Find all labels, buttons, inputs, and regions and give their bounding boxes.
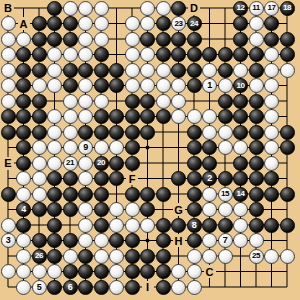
black-stone <box>280 47 295 62</box>
black-stone <box>109 171 124 186</box>
white-stone <box>32 187 47 202</box>
black-stone <box>187 63 202 78</box>
black-stone <box>264 16 279 31</box>
white-stone <box>32 78 47 93</box>
go-problem-diagram: 12111718232411092120215144837262556ABCDE… <box>0 0 300 300</box>
white-stone <box>264 249 279 264</box>
white-stone <box>218 78 233 93</box>
black-stone <box>264 171 279 186</box>
black-stone <box>187 47 202 62</box>
white-stone <box>140 16 155 31</box>
black-stone <box>78 249 93 264</box>
black-stone <box>187 202 202 217</box>
white-stone <box>171 264 186 279</box>
white-stone <box>94 94 109 109</box>
white-stone <box>125 78 140 93</box>
black-stone <box>156 218 171 233</box>
move-9-stone: 9 <box>78 140 93 155</box>
black-stone <box>94 280 109 295</box>
black-stone <box>233 171 248 186</box>
move-number-label: 17 <box>268 4 276 12</box>
black-stone <box>156 47 171 62</box>
black-stone <box>140 32 155 47</box>
black-stone <box>156 233 171 248</box>
white-stone <box>63 109 78 124</box>
white-stone <box>1 218 16 233</box>
white-stone <box>16 233 31 248</box>
move-2-stone: 2 <box>202 171 217 186</box>
white-stone <box>78 156 93 171</box>
black-stone <box>94 202 109 217</box>
white-stone <box>16 249 31 264</box>
move-number-label: 2 <box>207 174 212 183</box>
black-stone <box>233 125 248 140</box>
black-stone <box>16 94 31 109</box>
black-stone <box>63 202 78 217</box>
white-stone <box>264 156 279 171</box>
black-stone <box>202 140 217 155</box>
black-stone <box>125 94 140 109</box>
move-25-stone: 25 <box>249 249 264 264</box>
white-stone <box>264 125 279 140</box>
black-stone <box>249 125 264 140</box>
black-stone <box>140 125 155 140</box>
white-stone <box>63 249 78 264</box>
black-stone <box>156 249 171 264</box>
white-stone <box>264 94 279 109</box>
black-stone <box>233 32 248 47</box>
white-stone <box>125 218 140 233</box>
white-stone <box>264 140 279 155</box>
black-stone <box>202 47 217 62</box>
black-stone <box>233 156 248 171</box>
black-stone <box>16 218 31 233</box>
white-stone <box>78 202 93 217</box>
white-stone <box>78 78 93 93</box>
black-stone <box>187 156 202 171</box>
black-stone <box>47 1 62 16</box>
white-stone <box>32 140 47 155</box>
black-stone <box>171 47 186 62</box>
white-stone <box>140 63 155 78</box>
white-stone <box>78 171 93 186</box>
black-stone <box>109 109 124 124</box>
black-stone <box>156 187 171 202</box>
black-stone <box>156 264 171 279</box>
white-stone <box>109 264 124 279</box>
white-stone <box>94 140 109 155</box>
move-number-label: 26 <box>35 252 43 260</box>
black-stone <box>125 140 140 155</box>
black-stone <box>125 125 140 140</box>
black-stone <box>249 202 264 217</box>
white-stone <box>47 125 62 140</box>
black-stone <box>47 249 62 264</box>
move-number-label: 4 <box>21 205 26 214</box>
white-stone <box>171 280 186 295</box>
white-stone <box>140 78 155 93</box>
white-stone <box>109 280 124 295</box>
white-stone <box>202 249 217 264</box>
move-17-stone: 17 <box>264 1 279 16</box>
white-stone <box>1 78 16 93</box>
liberty-marker-H: H <box>173 234 185 247</box>
black-stone <box>187 140 202 155</box>
white-stone <box>1 264 16 279</box>
black-stone <box>233 47 248 62</box>
liberty-marker-B: B <box>2 2 14 15</box>
white-stone <box>78 1 93 16</box>
black-stone <box>125 187 140 202</box>
move-12-stone: 12 <box>233 1 248 16</box>
white-stone <box>156 63 171 78</box>
black-stone <box>1 109 16 124</box>
white-stone <box>249 32 264 47</box>
white-stone <box>94 233 109 248</box>
white-stone <box>109 218 124 233</box>
black-stone <box>171 32 186 47</box>
black-stone <box>32 125 47 140</box>
move-4-stone: 4 <box>16 202 31 217</box>
white-stone <box>264 109 279 124</box>
white-stone <box>47 47 62 62</box>
black-stone <box>47 171 62 186</box>
black-stone <box>63 78 78 93</box>
white-stone <box>187 280 202 295</box>
black-stone <box>264 187 279 202</box>
white-stone <box>249 78 264 93</box>
white-stone <box>233 140 248 155</box>
black-stone <box>202 218 217 233</box>
black-stone <box>171 63 186 78</box>
black-stone <box>171 171 186 186</box>
liberty-marker-E: E <box>2 157 14 170</box>
black-stone <box>187 125 202 140</box>
black-stone <box>249 156 264 171</box>
white-stone <box>109 140 124 155</box>
white-stone <box>32 156 47 171</box>
black-stone <box>249 109 264 124</box>
move-number-label: 6 <box>68 283 73 292</box>
white-stone <box>16 32 31 47</box>
black-stone <box>63 63 78 78</box>
white-stone <box>78 218 93 233</box>
black-stone <box>218 109 233 124</box>
black-stone <box>156 280 171 295</box>
white-stone <box>280 63 295 78</box>
black-stone <box>1 125 16 140</box>
white-stone <box>202 187 217 202</box>
move-21-stone: 21 <box>63 156 78 171</box>
black-stone <box>94 171 109 186</box>
white-stone <box>78 47 93 62</box>
black-stone <box>187 187 202 202</box>
black-stone <box>32 109 47 124</box>
white-stone <box>125 63 140 78</box>
white-stone <box>202 63 217 78</box>
white-stone <box>1 32 16 47</box>
white-stone <box>109 202 124 217</box>
move-23-stone: 23 <box>171 16 186 31</box>
black-stone <box>218 94 233 109</box>
liberty-marker-F: F <box>126 172 138 185</box>
white-stone <box>171 94 186 109</box>
move-11-stone: 11 <box>249 1 264 16</box>
white-stone <box>1 94 16 109</box>
black-stone <box>233 94 248 109</box>
black-stone <box>249 140 264 155</box>
black-stone <box>78 63 93 78</box>
black-stone <box>16 109 31 124</box>
black-stone <box>32 16 47 31</box>
white-stone <box>156 1 171 16</box>
black-stone <box>156 109 171 124</box>
white-stone <box>233 233 248 248</box>
white-stone <box>63 47 78 62</box>
black-stone <box>63 233 78 248</box>
white-stone <box>233 63 248 78</box>
black-stone <box>94 218 109 233</box>
move-10-stone: 10 <box>233 78 248 93</box>
black-stone <box>156 32 171 47</box>
black-stone <box>187 78 202 93</box>
black-stone <box>78 280 93 295</box>
white-stone <box>47 78 62 93</box>
black-stone <box>109 233 124 248</box>
white-stone <box>218 125 233 140</box>
white-stone <box>63 140 78 155</box>
white-stone <box>109 249 124 264</box>
white-stone <box>1 47 16 62</box>
black-stone <box>94 78 109 93</box>
black-stone <box>280 140 295 155</box>
black-stone <box>94 125 109 140</box>
white-stone <box>78 32 93 47</box>
white-stone <box>125 202 140 217</box>
go-board[interactable]: 12111718232411092120215144837262556ABCDE… <box>0 0 300 300</box>
white-stone <box>32 171 47 186</box>
move-number-label: 18 <box>283 4 291 12</box>
black-stone <box>32 63 47 78</box>
black-stone <box>109 63 124 78</box>
white-stone <box>47 264 62 279</box>
liberty-marker-C: C <box>204 265 216 278</box>
white-stone <box>32 264 47 279</box>
white-stone <box>202 125 217 140</box>
black-stone <box>140 202 155 217</box>
black-stone <box>202 156 217 171</box>
white-stone <box>47 63 62 78</box>
move-15-stone: 15 <box>218 187 233 202</box>
white-stone <box>202 202 217 217</box>
white-stone <box>233 218 248 233</box>
black-stone <box>249 187 264 202</box>
move-7-stone: 7 <box>218 233 233 248</box>
white-stone <box>63 94 78 109</box>
black-stone <box>140 249 155 264</box>
black-stone <box>47 280 62 295</box>
black-stone <box>125 109 140 124</box>
black-stone <box>16 125 31 140</box>
white-stone <box>63 1 78 16</box>
black-stone <box>63 171 78 186</box>
liberty-marker-D: D <box>188 2 200 15</box>
move-number-label: 25 <box>252 252 260 260</box>
black-stone <box>16 78 31 93</box>
move-26-stone: 26 <box>32 249 47 264</box>
black-stone <box>218 171 233 186</box>
white-stone <box>47 156 62 171</box>
white-stone <box>94 32 109 47</box>
black-stone <box>109 125 124 140</box>
black-stone <box>218 63 233 78</box>
move-number-label: 8 <box>192 221 197 230</box>
move-1-stone: 1 <box>202 78 217 93</box>
hoshi-point <box>146 239 150 243</box>
black-stone <box>249 94 264 109</box>
white-stone <box>140 47 155 62</box>
black-stone <box>78 264 93 279</box>
white-stone <box>16 187 31 202</box>
white-stone <box>187 109 202 124</box>
black-stone <box>63 32 78 47</box>
move-20-stone: 20 <box>94 156 109 171</box>
black-stone <box>94 109 109 124</box>
hoshi-point <box>146 146 150 150</box>
black-stone <box>140 109 155 124</box>
black-stone <box>140 264 155 279</box>
black-stone <box>233 16 248 31</box>
black-stone <box>125 264 140 279</box>
white-stone <box>1 16 16 31</box>
move-number-label: 3 <box>6 236 11 245</box>
black-stone <box>16 156 31 171</box>
white-stone <box>125 16 140 31</box>
white-stone <box>264 47 279 62</box>
liberty-marker-I: I <box>142 281 154 294</box>
white-stone <box>16 280 31 295</box>
black-stone <box>1 187 16 202</box>
white-stone <box>187 249 202 264</box>
white-stone <box>94 1 109 16</box>
white-stone <box>78 94 93 109</box>
white-stone <box>94 249 109 264</box>
black-stone <box>109 156 124 171</box>
move-number-label: 7 <box>223 236 228 245</box>
white-stone <box>47 140 62 155</box>
white-stone <box>249 16 264 31</box>
black-stone <box>32 202 47 217</box>
white-stone <box>156 78 171 93</box>
black-stone <box>47 233 62 248</box>
white-stone <box>280 249 295 264</box>
black-stone <box>47 16 62 31</box>
black-stone <box>280 187 295 202</box>
black-stone <box>32 47 47 62</box>
white-stone <box>171 109 186 124</box>
black-stone <box>233 109 248 124</box>
black-stone <box>63 187 78 202</box>
black-stone <box>125 249 140 264</box>
move-number-label: 12 <box>237 4 245 12</box>
white-stone <box>1 63 16 78</box>
white-stone <box>78 16 93 31</box>
white-stone <box>249 233 264 248</box>
white-stone <box>125 47 140 62</box>
white-stone <box>16 171 31 186</box>
black-stone <box>63 264 78 279</box>
move-24-stone: 24 <box>187 16 202 31</box>
black-stone <box>187 171 202 186</box>
black-stone <box>187 233 202 248</box>
move-number-label: 20 <box>97 159 105 167</box>
move-8-stone: 8 <box>187 218 202 233</box>
white-stone <box>16 264 31 279</box>
move-number-label: 15 <box>221 190 229 198</box>
black-stone <box>125 280 140 295</box>
black-stone <box>47 202 62 217</box>
black-stone <box>140 187 155 202</box>
white-stone <box>78 233 93 248</box>
white-stone <box>233 202 248 217</box>
black-stone <box>280 125 295 140</box>
black-stone <box>47 187 62 202</box>
white-stone <box>125 32 140 47</box>
black-stone <box>125 156 140 171</box>
move-18-stone: 18 <box>280 1 295 16</box>
white-stone <box>218 140 233 155</box>
black-stone <box>47 32 62 47</box>
black-stone <box>171 1 186 16</box>
black-stone <box>94 63 109 78</box>
move-number-label: 21 <box>66 159 74 167</box>
black-stone <box>218 47 233 62</box>
white-stone <box>140 1 155 16</box>
move-number-label: 9 <box>83 143 88 152</box>
white-stone <box>218 202 233 217</box>
move-3-stone: 3 <box>1 233 16 248</box>
move-number-label: 24 <box>190 20 198 28</box>
move-number-label: 1 <box>207 81 212 90</box>
white-stone <box>156 94 171 109</box>
black-stone <box>78 187 93 202</box>
black-stone <box>140 94 155 109</box>
black-stone <box>249 218 264 233</box>
liberty-marker-G: G <box>173 203 185 216</box>
move-6-stone: 6 <box>63 280 78 295</box>
black-stone <box>280 32 295 47</box>
move-5-stone: 5 <box>32 280 47 295</box>
black-stone <box>280 218 295 233</box>
white-stone <box>78 109 93 124</box>
liberty-marker-A: A <box>18 17 30 30</box>
white-stone <box>264 78 279 93</box>
black-stone <box>16 47 31 62</box>
black-stone <box>264 32 279 47</box>
black-stone <box>94 187 109 202</box>
black-stone <box>249 171 264 186</box>
move-number-label: 14 <box>237 190 245 198</box>
black-stone <box>32 233 47 248</box>
move-14-stone: 14 <box>233 187 248 202</box>
move-number-label: 5 <box>37 283 42 292</box>
black-stone <box>156 16 171 31</box>
white-stone <box>63 125 78 140</box>
black-stone <box>249 47 264 62</box>
black-stone <box>63 16 78 31</box>
white-stone <box>47 109 62 124</box>
black-stone <box>94 264 109 279</box>
